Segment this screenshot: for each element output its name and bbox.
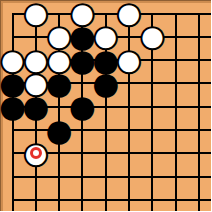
white-stone[interactable]: ● — [24, 2, 48, 26]
go-diagram: ●●●●●●●●●●●●●●●●●●●●●● — [0, 0, 211, 211]
grid-line-vertical — [175, 13, 177, 212]
black-stone[interactable]: ● — [94, 71, 118, 95]
grid-line-horizontal — [12, 199, 212, 201]
red-circle-marker-icon — [30, 147, 42, 159]
go-board[interactable]: ●●●●●●●●●●●●●●●●●●●●●● — [0, 0, 211, 211]
black-stone[interactable]: ● — [24, 95, 48, 119]
grid-line-horizontal — [12, 176, 212, 178]
marked-white-stone[interactable]: ● — [24, 141, 48, 165]
black-stone[interactable]: ● — [70, 48, 94, 72]
black-stone[interactable]: ● — [47, 118, 71, 142]
grid-line-horizontal — [12, 129, 212, 131]
black-stone[interactable]: ● — [1, 95, 25, 119]
white-stone[interactable]: ● — [117, 2, 141, 26]
grid-line-vertical — [198, 13, 200, 212]
black-stone[interactable]: ● — [47, 71, 71, 95]
black-stone[interactable]: ● — [70, 95, 94, 119]
white-stone[interactable]: ● — [140, 25, 164, 49]
white-stone[interactable]: ● — [117, 48, 141, 72]
